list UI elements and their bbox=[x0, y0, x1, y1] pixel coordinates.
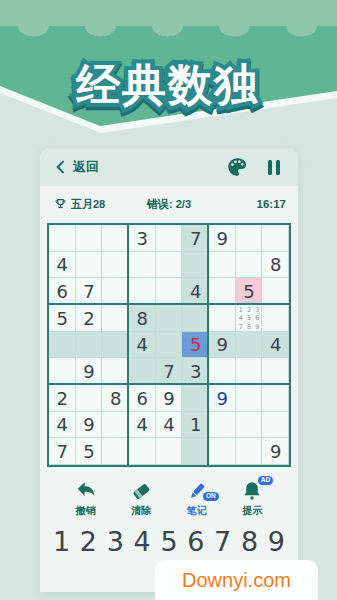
sudoku-cell-r6c9[interactable] bbox=[262, 358, 289, 385]
action-toolbar: 撤销 清除 ON 笔记 bbox=[40, 480, 298, 518]
sudoku-cell-r8c4[interactable]: 4 bbox=[129, 412, 156, 439]
sudoku-cell-r4c5[interactable] bbox=[156, 305, 183, 332]
sudoku-cell-r4c6[interactable] bbox=[182, 305, 209, 332]
undo-button[interactable]: 撤销 bbox=[74, 480, 98, 518]
sudoku-cell-r3c1[interactable]: 6 bbox=[49, 278, 76, 305]
sudoku-cell-r9c5[interactable] bbox=[156, 438, 183, 465]
sudoku-cell-r5c4[interactable]: 4 bbox=[129, 332, 156, 359]
header-wave-decoration bbox=[0, 0, 337, 26]
sudoku-cell-r2c3[interactable] bbox=[102, 252, 129, 279]
sudoku-cell-r2c9[interactable]: 8 bbox=[262, 252, 289, 279]
watermark-text: Downyi.com bbox=[182, 569, 291, 592]
sudoku-cell-r5c5[interactable] bbox=[156, 332, 183, 359]
numpad-digit-9[interactable]: 9 bbox=[268, 526, 285, 557]
sudoku-cell-r3c5[interactable] bbox=[156, 278, 183, 305]
undo-arrow-icon bbox=[74, 480, 98, 502]
theme-palette-button[interactable] bbox=[226, 156, 248, 178]
sudoku-cell-r6c4[interactable] bbox=[129, 358, 156, 385]
sudoku-cell-r7c5[interactable]: 9 bbox=[156, 385, 183, 412]
sudoku-cell-r9c1[interactable]: 7 bbox=[49, 438, 76, 465]
numpad-digit-3[interactable]: 3 bbox=[107, 526, 124, 557]
sudoku-cell-r2c6[interactable] bbox=[182, 252, 209, 279]
hint-label: 提示 bbox=[242, 504, 262, 518]
sudoku-cell-r8c5[interactable]: 4 bbox=[156, 412, 183, 439]
sudoku-cell-r7c1[interactable]: 2 bbox=[49, 385, 76, 412]
sudoku-cell-r2c2[interactable] bbox=[76, 252, 103, 279]
numpad-digit-7[interactable]: 7 bbox=[214, 526, 231, 557]
sudoku-cell-r3c8[interactable]: 5 bbox=[236, 278, 263, 305]
sudoku-cell-r4c7[interactable] bbox=[209, 305, 236, 332]
sudoku-cell-r5c3[interactable] bbox=[102, 332, 129, 359]
sudoku-cell-r2c1[interactable]: 4 bbox=[49, 252, 76, 279]
hint-button[interactable]: AD 提示 bbox=[240, 480, 264, 518]
sudoku-cell-r3c7[interactable] bbox=[209, 278, 236, 305]
back-chevron-icon bbox=[53, 159, 69, 175]
sudoku-cell-r1c7[interactable]: 9 bbox=[209, 225, 236, 252]
sudoku-cell-r3c3[interactable] bbox=[102, 278, 129, 305]
errors-counter: 错误: 2/3 bbox=[40, 197, 298, 212]
back-button-label: 返回 bbox=[73, 158, 99, 176]
sudoku-cell-r4c1[interactable]: 5 bbox=[49, 305, 76, 332]
sudoku-cell-r8c3[interactable] bbox=[102, 412, 129, 439]
numpad-digit-1[interactable]: 1 bbox=[53, 526, 70, 557]
sudoku-cell-r7c8[interactable] bbox=[236, 385, 263, 412]
sudoku-cell-r4c8[interactable]: 123456789 bbox=[236, 305, 263, 332]
sudoku-cell-r4c9[interactable] bbox=[262, 305, 289, 332]
sudoku-cell-r6c2[interactable]: 9 bbox=[76, 358, 103, 385]
sudoku-cell-r7c4[interactable]: 6 bbox=[129, 385, 156, 412]
sudoku-cell-r1c4[interactable]: 3 bbox=[129, 225, 156, 252]
sudoku-cell-r6c3[interactable] bbox=[102, 358, 129, 385]
sudoku-cell-r6c7[interactable] bbox=[209, 358, 236, 385]
sudoku-cell-r9c3[interactable] bbox=[102, 438, 129, 465]
numpad-digit-4[interactable]: 4 bbox=[134, 526, 151, 557]
numpad-digit-5[interactable]: 5 bbox=[160, 526, 177, 557]
sudoku-cell-r8c6[interactable]: 1 bbox=[182, 412, 209, 439]
sudoku-cell-r8c1[interactable]: 4 bbox=[49, 412, 76, 439]
sudoku-cell-r7c3[interactable]: 8 bbox=[102, 385, 129, 412]
sudoku-cell-r4c2[interactable]: 2 bbox=[76, 305, 103, 332]
notes-toggle-button[interactable]: ON 笔记 bbox=[185, 480, 209, 518]
sudoku-cell-r7c6[interactable] bbox=[182, 385, 209, 412]
sudoku-cell-r7c7[interactable]: 9 bbox=[209, 385, 236, 412]
pause-button[interactable] bbox=[268, 160, 280, 175]
sudoku-cell-r5c2[interactable] bbox=[76, 332, 103, 359]
sudoku-cell-r2c7[interactable] bbox=[209, 252, 236, 279]
sudoku-cell-r8c2[interactable]: 9 bbox=[76, 412, 103, 439]
sudoku-cell-r6c8[interactable] bbox=[236, 358, 263, 385]
sudoku-cell-r3c2[interactable]: 7 bbox=[76, 278, 103, 305]
sudoku-cell-r1c9[interactable] bbox=[262, 225, 289, 252]
sudoku-cell-r3c4[interactable] bbox=[129, 278, 156, 305]
sudoku-cell-r9c6[interactable] bbox=[182, 438, 209, 465]
sudoku-cell-r1c6[interactable]: 7 bbox=[182, 225, 209, 252]
sudoku-cell-r7c2[interactable] bbox=[76, 385, 103, 412]
sudoku-cell-r6c5[interactable]: 7 bbox=[156, 358, 183, 385]
sudoku-cell-r6c1[interactable] bbox=[49, 358, 76, 385]
numpad-digit-8[interactable]: 8 bbox=[241, 526, 258, 557]
game-card: 返回 bbox=[40, 148, 298, 592]
sudoku-cell-r5c8[interactable] bbox=[236, 332, 263, 359]
sudoku-cell-r7c9[interactable] bbox=[262, 385, 289, 412]
sudoku-cell-r6c6[interactable]: 3 bbox=[182, 358, 209, 385]
top-toolbar: 返回 bbox=[40, 148, 298, 186]
sudoku-cell-r3c6[interactable]: 4 bbox=[182, 278, 209, 305]
sudoku-cell-r9c7[interactable] bbox=[209, 438, 236, 465]
sudoku-cell-r9c8[interactable] bbox=[236, 438, 263, 465]
sudoku-cell-r1c5[interactable] bbox=[156, 225, 183, 252]
sudoku-cell-r9c9[interactable]: 9 bbox=[262, 438, 289, 465]
watermark-banner: Downyi.com bbox=[155, 560, 318, 600]
sudoku-cell-r4c3[interactable] bbox=[102, 305, 129, 332]
sudoku-cell-r1c8[interactable] bbox=[236, 225, 263, 252]
sudoku-cell-r1c2[interactable] bbox=[76, 225, 103, 252]
sudoku-cell-r2c4[interactable] bbox=[129, 252, 156, 279]
sudoku-cell-r5c1[interactable] bbox=[49, 332, 76, 359]
sudoku-cell-r9c4[interactable] bbox=[129, 438, 156, 465]
sudoku-cell-r8c9[interactable] bbox=[262, 412, 289, 439]
sudoku-cell-r1c3[interactable] bbox=[102, 225, 129, 252]
hint-ad-badge: AD bbox=[258, 476, 273, 485]
sudoku-board: 3794867455281234567894594973286994944175… bbox=[47, 223, 291, 467]
number-pad: 123456789 bbox=[40, 526, 298, 557]
sudoku-cell-r5c6[interactable]: 5 bbox=[182, 332, 209, 359]
app-screen: 经典数独 经典数独 返回 bbox=[0, 0, 337, 600]
page-title: 经典数独 bbox=[75, 60, 260, 109]
sudoku-cell-r5c9[interactable]: 4 bbox=[262, 332, 289, 359]
sudoku-cell-r4c4[interactable]: 8 bbox=[129, 305, 156, 332]
pencil-notes: 123456789 bbox=[237, 306, 262, 331]
back-button[interactable]: 返回 bbox=[53, 158, 99, 176]
undo-label: 撤销 bbox=[76, 504, 96, 518]
sudoku-cell-r1c1[interactable] bbox=[49, 225, 76, 252]
eraser-icon bbox=[129, 480, 153, 502]
sudoku-cell-r8c8[interactable] bbox=[236, 412, 263, 439]
numpad-digit-6[interactable]: 6 bbox=[187, 526, 204, 557]
sudoku-cell-r5c7[interactable]: 9 bbox=[209, 332, 236, 359]
sudoku-cell-r9c2[interactable]: 5 bbox=[76, 438, 103, 465]
notes-on-badge: ON bbox=[203, 492, 219, 501]
sudoku-cell-r2c5[interactable] bbox=[156, 252, 183, 279]
sudoku-cell-r2c8[interactable] bbox=[236, 252, 263, 279]
sudoku-cell-r8c7[interactable] bbox=[209, 412, 236, 439]
numpad-digit-2[interactable]: 2 bbox=[80, 526, 97, 557]
erase-label: 清除 bbox=[131, 504, 151, 518]
erase-button[interactable]: 清除 bbox=[129, 480, 153, 518]
sudoku-cell-r3c9[interactable] bbox=[262, 278, 289, 305]
status-row: 五月28 错误: 2/3 16:17 bbox=[40, 192, 298, 216]
notes-label: 笔记 bbox=[187, 504, 207, 518]
